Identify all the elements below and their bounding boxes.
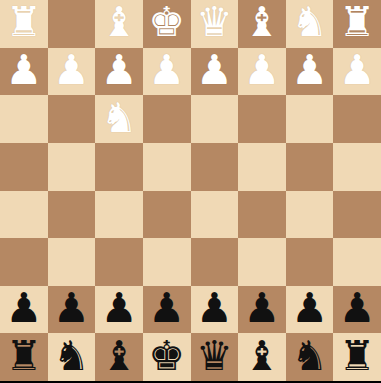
black-queen[interactable]: ♛ bbox=[196, 336, 233, 377]
square-g4[interactable] bbox=[48, 143, 96, 191]
black-king[interactable]: ♚ bbox=[148, 336, 185, 377]
black-rook[interactable]: ♜ bbox=[5, 336, 42, 377]
square-g1[interactable] bbox=[48, 0, 96, 48]
square-d2[interactable]: ♟ bbox=[191, 48, 239, 96]
square-g3[interactable] bbox=[48, 95, 96, 143]
white-knight[interactable]: ♞ bbox=[291, 2, 328, 43]
square-e2[interactable]: ♟ bbox=[143, 48, 191, 96]
square-c4[interactable] bbox=[238, 143, 286, 191]
square-e6[interactable] bbox=[143, 238, 191, 286]
white-knight[interactable]: ♞ bbox=[101, 98, 138, 139]
square-h4[interactable] bbox=[0, 143, 48, 191]
white-bishop[interactable]: ♝ bbox=[101, 2, 138, 43]
square-e1[interactable]: ♚ bbox=[143, 0, 191, 48]
square-b5[interactable] bbox=[286, 191, 334, 239]
square-d6[interactable] bbox=[191, 238, 239, 286]
square-b3[interactable] bbox=[286, 95, 334, 143]
white-pawn[interactable]: ♟ bbox=[148, 50, 185, 91]
square-e5[interactable] bbox=[143, 191, 191, 239]
black-pawn[interactable]: ♟ bbox=[339, 288, 376, 329]
square-a7[interactable]: ♟ bbox=[333, 286, 381, 334]
square-d8[interactable]: ♛ bbox=[191, 333, 239, 381]
white-pawn[interactable]: ♟ bbox=[101, 50, 138, 91]
square-f8[interactable]: ♝ bbox=[95, 333, 143, 381]
black-pawn[interactable]: ♟ bbox=[244, 288, 281, 329]
white-pawn[interactable]: ♟ bbox=[244, 50, 281, 91]
square-c8[interactable]: ♝ bbox=[238, 333, 286, 381]
black-pawn[interactable]: ♟ bbox=[196, 288, 233, 329]
white-bishop[interactable]: ♝ bbox=[244, 2, 281, 43]
square-e4[interactable] bbox=[143, 143, 191, 191]
white-rook[interactable]: ♜ bbox=[339, 2, 376, 43]
square-e3[interactable] bbox=[143, 95, 191, 143]
square-d5[interactable] bbox=[191, 191, 239, 239]
square-b1[interactable]: ♞ bbox=[286, 0, 334, 48]
black-pawn[interactable]: ♟ bbox=[53, 288, 90, 329]
square-f1[interactable]: ♝ bbox=[95, 0, 143, 48]
square-b7[interactable]: ♟ bbox=[286, 286, 334, 334]
black-rook[interactable]: ♜ bbox=[339, 336, 376, 377]
square-h8[interactable]: ♜ bbox=[0, 333, 48, 381]
square-a1[interactable]: ♜ bbox=[333, 0, 381, 48]
square-g6[interactable] bbox=[48, 238, 96, 286]
square-c1[interactable]: ♝ bbox=[238, 0, 286, 48]
square-b6[interactable] bbox=[286, 238, 334, 286]
chess-board: ♜♝♚♛♝♞♜♟♟♟♟♟♟♟♟♞♟♟♟♟♟♟♟♟♜♞♝♚♛♝♞♜ bbox=[0, 0, 381, 381]
square-f4[interactable] bbox=[95, 143, 143, 191]
white-pawn[interactable]: ♟ bbox=[196, 50, 233, 91]
black-pawn[interactable]: ♟ bbox=[291, 288, 328, 329]
black-pawn[interactable]: ♟ bbox=[148, 288, 185, 329]
square-c6[interactable] bbox=[238, 238, 286, 286]
square-e7[interactable]: ♟ bbox=[143, 286, 191, 334]
square-g8[interactable]: ♞ bbox=[48, 333, 96, 381]
square-c2[interactable]: ♟ bbox=[238, 48, 286, 96]
square-a8[interactable]: ♜ bbox=[333, 333, 381, 381]
square-b4[interactable] bbox=[286, 143, 334, 191]
square-b8[interactable]: ♞ bbox=[286, 333, 334, 381]
white-pawn[interactable]: ♟ bbox=[291, 50, 328, 91]
black-bishop[interactable]: ♝ bbox=[244, 336, 281, 377]
black-pawn[interactable]: ♟ bbox=[101, 288, 138, 329]
square-h1[interactable]: ♜ bbox=[0, 0, 48, 48]
chessboard-screenshot: ♜♝♚♛♝♞♜♟♟♟♟♟♟♟♟♞♟♟♟♟♟♟♟♟♜♞♝♚♛♝♞♜ bbox=[0, 0, 381, 383]
square-d1[interactable]: ♛ bbox=[191, 0, 239, 48]
square-f2[interactable]: ♟ bbox=[95, 48, 143, 96]
white-rook[interactable]: ♜ bbox=[5, 2, 42, 43]
square-h7[interactable]: ♟ bbox=[0, 286, 48, 334]
square-f6[interactable] bbox=[95, 238, 143, 286]
square-d7[interactable]: ♟ bbox=[191, 286, 239, 334]
square-b2[interactable]: ♟ bbox=[286, 48, 334, 96]
square-a2[interactable]: ♟ bbox=[333, 48, 381, 96]
square-d4[interactable] bbox=[191, 143, 239, 191]
black-bishop[interactable]: ♝ bbox=[101, 336, 138, 377]
square-c3[interactable] bbox=[238, 95, 286, 143]
square-h3[interactable] bbox=[0, 95, 48, 143]
square-f5[interactable] bbox=[95, 191, 143, 239]
white-pawn[interactable]: ♟ bbox=[339, 50, 376, 91]
square-g5[interactable] bbox=[48, 191, 96, 239]
square-e8[interactable]: ♚ bbox=[143, 333, 191, 381]
square-h6[interactable] bbox=[0, 238, 48, 286]
black-pawn[interactable]: ♟ bbox=[5, 288, 42, 329]
square-a5[interactable] bbox=[333, 191, 381, 239]
square-c7[interactable]: ♟ bbox=[238, 286, 286, 334]
square-a6[interactable] bbox=[333, 238, 381, 286]
black-knight[interactable]: ♞ bbox=[291, 336, 328, 377]
square-f7[interactable]: ♟ bbox=[95, 286, 143, 334]
square-f3[interactable]: ♞ bbox=[95, 95, 143, 143]
white-pawn[interactable]: ♟ bbox=[5, 50, 42, 91]
square-c5[interactable] bbox=[238, 191, 286, 239]
white-pawn[interactable]: ♟ bbox=[53, 50, 90, 91]
white-king[interactable]: ♚ bbox=[148, 2, 185, 43]
white-queen[interactable]: ♛ bbox=[196, 2, 233, 43]
square-h2[interactable]: ♟ bbox=[0, 48, 48, 96]
square-g7[interactable]: ♟ bbox=[48, 286, 96, 334]
square-a4[interactable] bbox=[333, 143, 381, 191]
square-d3[interactable] bbox=[191, 95, 239, 143]
square-g2[interactable]: ♟ bbox=[48, 48, 96, 96]
black-knight[interactable]: ♞ bbox=[53, 336, 90, 377]
square-a3[interactable] bbox=[333, 95, 381, 143]
square-h5[interactable] bbox=[0, 191, 48, 239]
